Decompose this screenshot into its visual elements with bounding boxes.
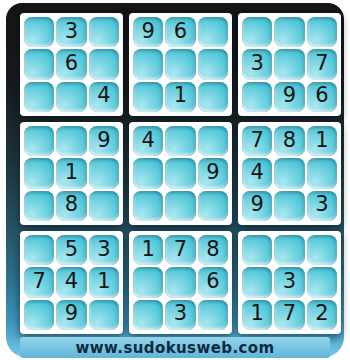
cell-r4c2[interactable] <box>56 126 86 156</box>
cell-digit: 1 <box>315 130 328 151</box>
box-9: 3172 <box>238 231 341 334</box>
cell-digit: 7 <box>32 271 45 292</box>
cell-r7c4[interactable]: 1 <box>133 235 163 265</box>
cell-digit: 7 <box>174 239 187 260</box>
cell-digit: 4 <box>97 85 110 106</box>
cell-r9c5[interactable]: 3 <box>165 300 195 330</box>
cell-digit: 3 <box>315 194 328 215</box>
cell-r8c4[interactable] <box>133 267 163 297</box>
cell-digit: 9 <box>141 21 154 42</box>
cell-r9c4[interactable] <box>133 300 163 330</box>
cell-digit: 6 <box>65 53 78 74</box>
cell-digit: 3 <box>250 53 263 74</box>
cell-digit: 1 <box>141 239 154 260</box>
cell-digit: 5 <box>65 239 78 260</box>
cell-digit: 8 <box>206 239 219 260</box>
cell-digit: 6 <box>206 271 219 292</box>
cell-r6c2[interactable]: 8 <box>56 191 86 221</box>
cell-digit: 8 <box>65 194 78 215</box>
cell-r6c4[interactable] <box>133 191 163 221</box>
cell-digit: 7 <box>250 130 263 151</box>
cell-digit: 4 <box>250 162 263 183</box>
cell-r5c8[interactable] <box>274 158 304 188</box>
cell-r9c2[interactable]: 9 <box>56 300 86 330</box>
cell-r5c6[interactable]: 9 <box>198 158 228 188</box>
site-url-text: www.sudokusweb.com <box>75 339 274 357</box>
cell-digit: 1 <box>97 271 110 292</box>
cell-r3c9[interactable]: 6 <box>307 82 337 112</box>
cell-r9c3[interactable] <box>89 300 119 330</box>
cell-r3c4[interactable] <box>133 82 163 112</box>
box-7: 537419 <box>20 231 123 334</box>
cell-r2c2[interactable]: 6 <box>56 49 86 79</box>
cell-digit: 1 <box>250 303 263 324</box>
box-4: 918 <box>20 122 123 225</box>
cell-r4c9[interactable]: 1 <box>307 126 337 156</box>
cell-digit: 3 <box>65 21 78 42</box>
cell-r8c7[interactable] <box>242 267 272 297</box>
cell-digit: 9 <box>97 130 110 151</box>
box-6: 781493 <box>238 122 341 225</box>
cell-r5c4[interactable] <box>133 158 163 188</box>
cell-r5c2[interactable]: 1 <box>56 158 86 188</box>
puzzle-frame: 364961379691849781493537419178633172 www… <box>6 3 344 357</box>
cell-r6c8[interactable] <box>274 191 304 221</box>
cell-r3c3[interactable]: 4 <box>89 82 119 112</box>
cell-r7c1[interactable] <box>24 235 54 265</box>
cell-digit: 2 <box>315 303 328 324</box>
cell-r9c1[interactable] <box>24 300 54 330</box>
box-3: 3796 <box>238 13 341 116</box>
cell-digit: 3 <box>174 303 187 324</box>
cell-r1c3[interactable] <box>89 17 119 47</box>
cell-r5c9[interactable] <box>307 158 337 188</box>
cell-r4c8[interactable]: 8 <box>274 126 304 156</box>
cell-r1c8[interactable] <box>274 17 304 47</box>
cell-r6c3[interactable] <box>89 191 119 221</box>
cell-digit: 6 <box>315 85 328 106</box>
cell-r1c1[interactable] <box>24 17 54 47</box>
cell-digit: 1 <box>174 85 187 106</box>
cell-r5c3[interactable] <box>89 158 119 188</box>
cell-r2c1[interactable] <box>24 49 54 79</box>
cell-r1c6[interactable] <box>198 17 228 47</box>
cell-r8c6[interactable]: 6 <box>198 267 228 297</box>
cell-r6c6[interactable] <box>198 191 228 221</box>
footer-bar: www.sudokusweb.com <box>20 337 330 358</box>
cell-r4c1[interactable] <box>24 126 54 156</box>
cell-r6c7[interactable]: 9 <box>242 191 272 221</box>
cell-r7c9[interactable] <box>307 235 337 265</box>
box-5: 49 <box>129 122 232 225</box>
cell-r4c3[interactable]: 9 <box>89 126 119 156</box>
cell-digit: 4 <box>65 271 78 292</box>
cell-r7c6[interactable]: 8 <box>198 235 228 265</box>
cell-digit: 7 <box>283 303 296 324</box>
cell-r6c5[interactable] <box>165 191 195 221</box>
cell-r1c9[interactable] <box>307 17 337 47</box>
cell-r6c9[interactable]: 3 <box>307 191 337 221</box>
cell-r4c6[interactable] <box>198 126 228 156</box>
cell-r7c3[interactable]: 3 <box>89 235 119 265</box>
cell-digit: 4 <box>141 130 154 151</box>
cell-r7c5[interactable]: 7 <box>165 235 195 265</box>
box-8: 17863 <box>129 231 232 334</box>
cell-r8c5[interactable] <box>165 267 195 297</box>
cell-r2c6[interactable] <box>198 49 228 79</box>
cell-r2c7[interactable]: 3 <box>242 49 272 79</box>
cell-digit: 3 <box>283 271 296 292</box>
box-2: 961 <box>129 13 232 116</box>
cell-digit: 8 <box>283 130 296 151</box>
cell-digit: 9 <box>250 194 263 215</box>
cell-r1c5[interactable]: 6 <box>165 17 195 47</box>
cell-r4c4[interactable]: 4 <box>133 126 163 156</box>
cell-r2c5[interactable] <box>165 49 195 79</box>
cell-r3c7[interactable] <box>242 82 272 112</box>
cell-r8c3[interactable]: 1 <box>89 267 119 297</box>
sudoku-board: 364961379691849781493537419178633172 <box>20 13 341 334</box>
cell-r4c5[interactable] <box>165 126 195 156</box>
cell-r1c4[interactable]: 9 <box>133 17 163 47</box>
cell-r9c9[interactable]: 2 <box>307 300 337 330</box>
cell-r7c7[interactable] <box>242 235 272 265</box>
cell-r6c1[interactable] <box>24 191 54 221</box>
cell-r3c6[interactable] <box>198 82 228 112</box>
cell-r3c8[interactable]: 9 <box>274 82 304 112</box>
cell-r8c9[interactable] <box>307 267 337 297</box>
cell-digit: 9 <box>206 162 219 183</box>
cell-r3c1[interactable] <box>24 82 54 112</box>
cell-r2c9[interactable]: 7 <box>307 49 337 79</box>
cell-r9c8[interactable]: 7 <box>274 300 304 330</box>
cell-r5c7[interactable]: 4 <box>242 158 272 188</box>
cell-r7c2[interactable]: 5 <box>56 235 86 265</box>
cell-r8c8[interactable]: 3 <box>274 267 304 297</box>
cell-r5c1[interactable] <box>24 158 54 188</box>
cell-r7c8[interactable] <box>274 235 304 265</box>
cell-r1c7[interactable] <box>242 17 272 47</box>
cell-r3c2[interactable] <box>56 82 86 112</box>
cell-digit: 9 <box>283 85 296 106</box>
cell-digit: 6 <box>174 21 187 42</box>
cell-r9c7[interactable]: 1 <box>242 300 272 330</box>
cell-digit: 1 <box>65 162 78 183</box>
cell-digit: 3 <box>97 239 110 260</box>
cell-r4c7[interactable]: 7 <box>242 126 272 156</box>
cell-r3c5[interactable]: 1 <box>165 82 195 112</box>
cell-r1c2[interactable]: 3 <box>56 17 86 47</box>
cell-r5c5[interactable] <box>165 158 195 188</box>
cell-r2c4[interactable] <box>133 49 163 79</box>
cell-r8c2[interactable]: 4 <box>56 267 86 297</box>
cell-digit: 9 <box>65 303 78 324</box>
cell-r8c1[interactable]: 7 <box>24 267 54 297</box>
box-1: 364 <box>20 13 123 116</box>
cell-r2c8[interactable] <box>274 49 304 79</box>
cell-r9c6[interactable] <box>198 300 228 330</box>
cell-r2c3[interactable] <box>89 49 119 79</box>
cell-digit: 7 <box>315 53 328 74</box>
